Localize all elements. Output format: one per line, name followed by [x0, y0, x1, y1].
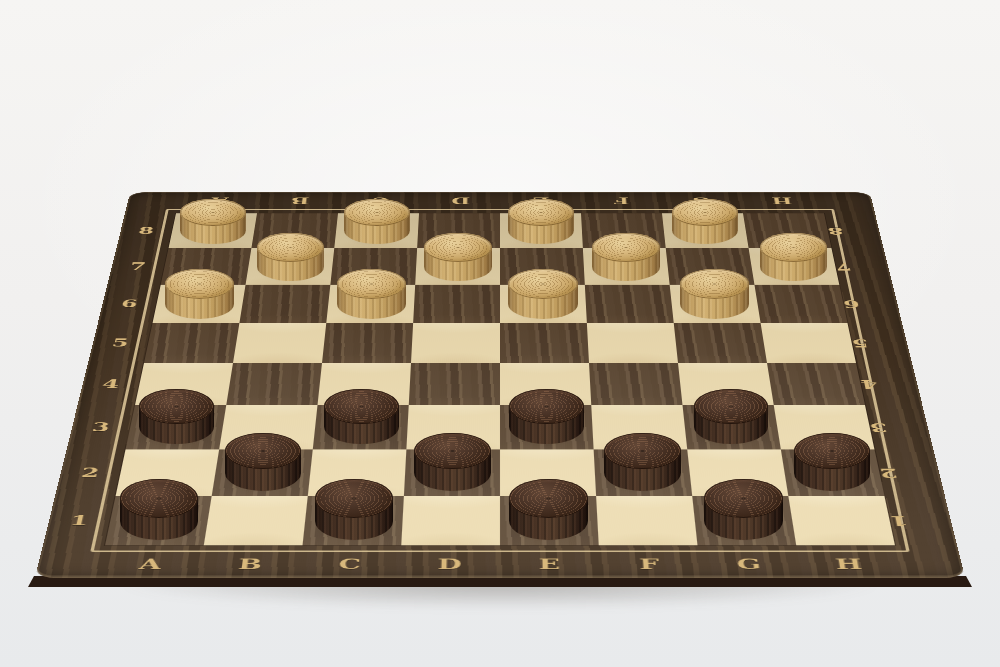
piece-top-rings	[120, 479, 199, 517]
square-f5[interactable]	[587, 323, 678, 363]
square-f4[interactable]	[589, 363, 683, 405]
piece-light-c6[interactable]	[337, 269, 406, 318]
coord-label-bottom-a: A	[138, 557, 164, 571]
piece-dark-g1[interactable]	[704, 479, 783, 539]
piece-dark-a3[interactable]	[139, 389, 214, 445]
piece-light-b7[interactable]	[257, 233, 325, 281]
piece-light-g6[interactable]	[680, 269, 749, 318]
square-b4[interactable]	[226, 363, 322, 405]
coord-label-top-h: H	[770, 196, 793, 205]
piece-light-a6[interactable]	[165, 269, 234, 318]
piece-top-rings	[508, 269, 577, 299]
piece-top-rings	[180, 199, 246, 226]
square-d1[interactable]	[401, 496, 500, 545]
coord-label-bottom-b: B	[237, 557, 264, 571]
piece-dark-b2[interactable]	[225, 433, 302, 491]
piece-light-g8[interactable]	[672, 199, 738, 245]
coord-label-right-7: 7	[833, 261, 852, 271]
square-b5[interactable]	[233, 323, 326, 363]
coord-label-bottom-h: H	[834, 557, 864, 571]
piece-top-rings	[509, 389, 584, 424]
square-f6[interactable]	[585, 285, 674, 323]
square-h6[interactable]	[754, 285, 847, 323]
piece-dark-f2[interactable]	[604, 433, 681, 491]
coord-label-left-7: 7	[129, 261, 148, 271]
piece-light-e6[interactable]	[508, 269, 577, 318]
piece-top-rings	[257, 233, 325, 262]
piece-light-e8[interactable]	[508, 199, 574, 245]
piece-top-rings	[508, 199, 574, 226]
board-drop-shadow	[10, 572, 990, 642]
piece-top-rings	[414, 433, 491, 470]
piece-top-rings	[315, 479, 394, 517]
square-c5[interactable]	[322, 323, 413, 363]
square-b6[interactable]	[239, 285, 330, 323]
coord-label-top-f: F	[612, 196, 629, 205]
piece-top-rings	[344, 199, 410, 226]
piece-dark-g3[interactable]	[694, 389, 769, 445]
piece-top-rings	[760, 233, 828, 262]
piece-light-c8[interactable]	[344, 199, 410, 245]
piece-top-rings	[139, 389, 214, 424]
coord-label-top-d: D	[450, 196, 470, 205]
piece-light-h7[interactable]	[760, 233, 828, 281]
coord-label-bottom-d: D	[437, 557, 463, 571]
piece-top-rings	[424, 233, 492, 262]
piece-dark-e1[interactable]	[509, 479, 588, 539]
piece-dark-c1[interactable]	[315, 479, 394, 539]
piece-light-d7[interactable]	[424, 233, 492, 281]
piece-light-f7[interactable]	[592, 233, 660, 281]
square-d5[interactable]	[411, 323, 500, 363]
coord-label-left-1: 1	[68, 514, 90, 527]
coord-label-right-8: 8	[826, 226, 844, 235]
piece-dark-c3[interactable]	[324, 389, 399, 445]
square-b1[interactable]	[204, 496, 308, 545]
piece-top-rings	[672, 199, 738, 226]
square-d6[interactable]	[413, 285, 500, 323]
coord-label-left-6: 6	[120, 298, 139, 308]
coord-label-left-5: 5	[111, 337, 131, 348]
piece-dark-e3[interactable]	[509, 389, 584, 445]
square-h5[interactable]	[761, 323, 856, 363]
coord-label-left-8: 8	[137, 226, 155, 235]
photo-stage: AABBCCDDEEFFGGHH1122334455667788	[0, 0, 1000, 667]
coord-label-left-4: 4	[101, 378, 122, 389]
piece-light-a8[interactable]	[180, 199, 246, 245]
piece-top-rings	[324, 389, 399, 424]
coord-label-left-3: 3	[91, 421, 112, 433]
square-f1[interactable]	[596, 496, 697, 545]
square-h4[interactable]	[767, 363, 865, 405]
square-h1[interactable]	[788, 496, 895, 545]
square-e5[interactable]	[500, 323, 589, 363]
square-d4[interactable]	[409, 363, 500, 405]
coord-label-bottom-c: C	[338, 557, 363, 571]
piece-top-rings	[509, 479, 588, 517]
coord-label-top-b: B	[289, 196, 309, 205]
square-a5[interactable]	[144, 323, 239, 363]
piece-top-rings	[592, 233, 660, 262]
coord-label-bottom-f: F	[639, 557, 661, 571]
coord-label-bottom-e: E	[538, 557, 561, 571]
coord-label-bottom-g: G	[736, 557, 763, 571]
square-g5[interactable]	[674, 323, 767, 363]
piece-top-rings	[694, 389, 769, 424]
piece-top-rings	[337, 269, 406, 299]
piece-dark-a1[interactable]	[120, 479, 199, 539]
piece-dark-h2[interactable]	[794, 433, 871, 491]
coord-label-left-2: 2	[80, 466, 102, 479]
piece-top-rings	[704, 479, 783, 517]
piece-dark-d2[interactable]	[414, 433, 491, 491]
piece-top-rings	[604, 433, 681, 470]
